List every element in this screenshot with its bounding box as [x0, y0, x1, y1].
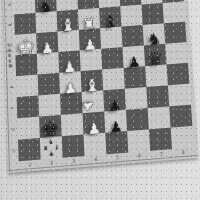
piece-glyph: ♞: [38, 0, 54, 16]
black-knight: ♞: [34, 0, 57, 16]
square-r6c6: [125, 87, 148, 110]
file-label: 8: [172, 147, 195, 159]
square-r2c7: [141, 3, 163, 25]
piece-glyph: ♟: [109, 120, 124, 136]
board-grid: ♞♝♜♝♚♟♟♞♟♟♛♟♝♟♟♚♟♟♞♝♜♟: [14, 0, 194, 161]
black-pawn: ♟: [103, 91, 126, 114]
piece-glyph: ♟: [127, 55, 141, 71]
square-r6c8: [168, 84, 191, 107]
piece-glyph: ♟: [64, 81, 78, 97]
logo-piece-icon: ♟: [47, 149, 55, 157]
square-r2c4: ♜: [78, 8, 100, 30]
piece-glyph: ♟: [87, 121, 101, 137]
piece-glyph: ♜: [82, 16, 97, 32]
file-label: 7: [150, 149, 172, 161]
square-r8c7: [149, 128, 172, 151]
rank-label: E: [0, 81, 22, 93]
black-king: ♚: [39, 117, 62, 141]
white-pawn: ♟: [82, 114, 105, 138]
square-r5c8: [167, 63, 190, 86]
board-brand-text: CHESS: [7, 43, 13, 70]
file-label: 2: [41, 158, 63, 170]
square-r8c6: [127, 129, 150, 152]
black-bishop: ♝: [99, 9, 122, 32]
square-r2c6: [120, 5, 142, 27]
piece-glyph: ♞: [146, 31, 162, 48]
square-r3c8: [164, 22, 187, 44]
piece-glyph: ♝: [60, 16, 77, 34]
piece-glyph: ♚: [40, 119, 60, 141]
rank-label: A: [0, 0, 19, 11]
white-bishop: ♝: [56, 12, 79, 35]
square-r7c3: [61, 113, 84, 136]
rank-label: G: [1, 123, 23, 135]
square-r7c2: ♚: [39, 115, 62, 138]
square-r4c3: ♟: [58, 50, 80, 72]
square-r2c5: ♝: [99, 6, 121, 28]
white-pawn: ♟: [59, 74, 82, 97]
square-r6c4: ♟: [82, 90, 105, 113]
square-r3c7: ♞: [143, 23, 166, 45]
rank-labels: ABCDEFGH: [3, 0, 19, 162]
white-pawn: ♟: [36, 34, 59, 57]
square-r8c8: [171, 126, 194, 149]
piece-glyph: ♟: [81, 97, 98, 113]
square-r7c4: ♟: [83, 111, 106, 134]
square-r5c2: [38, 73, 60, 96]
piece-glyph: ♟: [108, 98, 122, 114]
rank-label: H: [2, 145, 24, 158]
file-label: 1: [19, 160, 41, 172]
square-r4c5: [101, 47, 124, 69]
square-r4c8: [165, 42, 188, 64]
square-r3c2: ♟: [36, 32, 58, 54]
white-pawn: ♟: [79, 31, 102, 54]
piece-glyph: ♟: [40, 41, 54, 56]
square-r5c4: ♝: [81, 69, 104, 92]
file-label: 5: [106, 153, 128, 165]
piece-glyph: ♛: [146, 49, 164, 69]
black-pawn: ♟: [104, 112, 128, 136]
square-r6c2: [38, 94, 60, 117]
square-r7c6: [126, 108, 149, 131]
rank-label: B: [0, 19, 20, 31]
piece-glyph: ♟: [83, 38, 97, 53]
file-label: 4: [84, 154, 106, 166]
black-queen: ♛: [144, 46, 167, 69]
square-r4c6: ♟: [122, 45, 145, 67]
square-r7c7: [148, 106, 171, 129]
file-label: 3: [63, 156, 85, 168]
square-r2c3: ♝: [57, 10, 79, 32]
file-label: 6: [128, 151, 150, 163]
square-r5c5: [102, 68, 125, 91]
photo-canvas: ♞♝♜♝♚♟♟♞♟♟♛♟♝♟♟♚♟♟♞♝♜♟ 12345678 ABCDEFGH…: [0, 0, 200, 200]
white-rook: ♜: [78, 10, 101, 33]
square-r1c2: ♞: [35, 0, 57, 13]
square-r8c3: [62, 135, 85, 158]
vinyl-board-border: ♞♝♜♝♚♟♟♞♟♟♛♟♝♟♟♚♟♟♞♝♜♟ 12345678 ABCDEFGH…: [3, 0, 198, 173]
square-r6c7: [146, 85, 169, 108]
square-r7c8: [169, 105, 192, 128]
chess-board: ♞♝♜♝♚♟♟♞♟♟♛♟♝♟♟♚♟♟♞♝♜♟ 12345678 ABCDEFGH…: [3, 0, 198, 173]
square-r6c5: ♟: [103, 89, 126, 112]
black-knight: ♞: [142, 26, 165, 49]
square-r3c6: [121, 25, 143, 47]
rank-label: F: [1, 102, 23, 114]
piece-glyph: ♝: [102, 13, 119, 31]
square-r2c8: [163, 1, 186, 23]
white-pawn: ♟: [58, 53, 81, 76]
black-pawn: ♟: [122, 48, 145, 71]
